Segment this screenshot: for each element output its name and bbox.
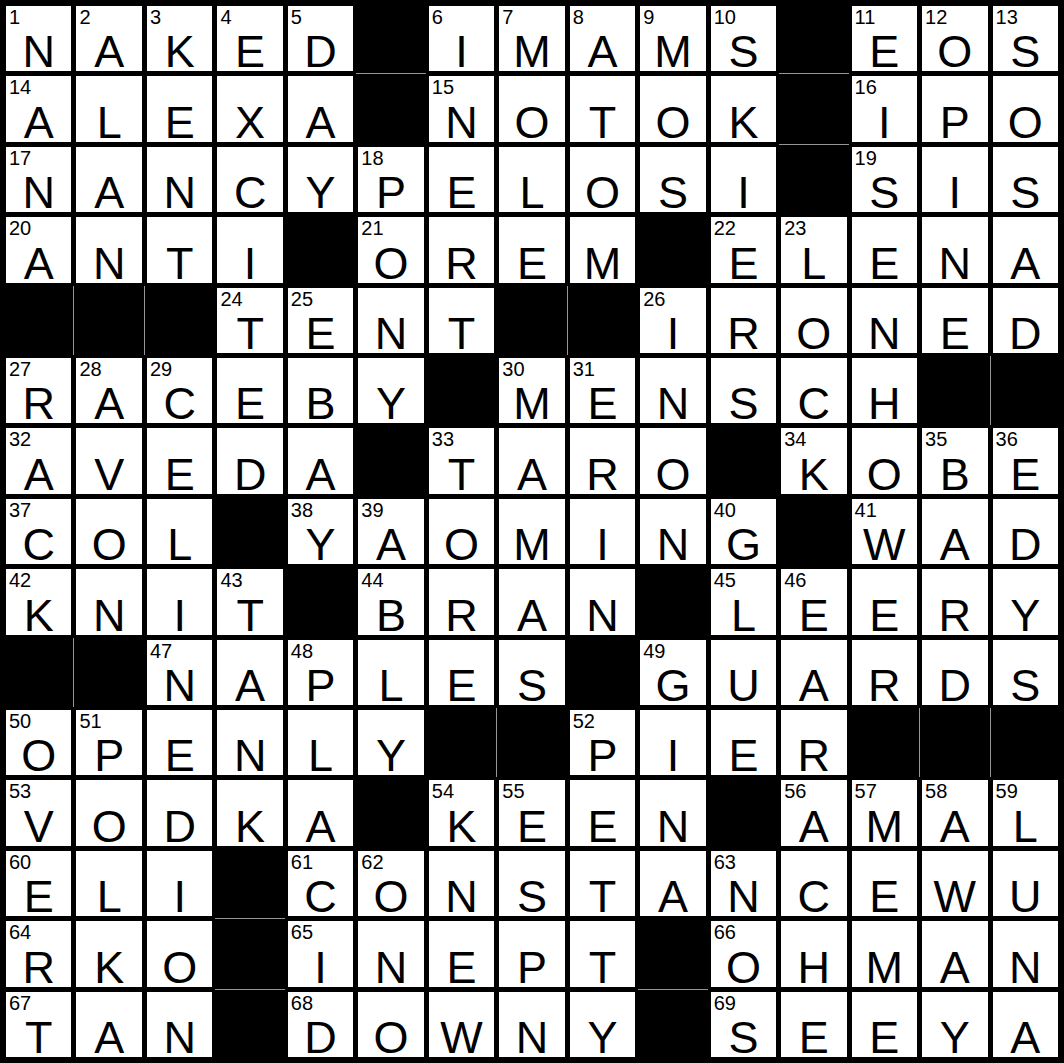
cell-r6c2[interactable]: 28A: [74, 356, 143, 425]
cell-r4c11[interactable]: 22E: [709, 215, 778, 284]
cell-r4c6[interactable]: 21O: [356, 215, 425, 284]
cell-r14c1[interactable]: 64R: [4, 919, 73, 988]
cell-r2c11[interactable]: K: [709, 74, 778, 143]
cell-r8c2[interactable]: O: [74, 497, 143, 566]
cell-letter: R: [429, 593, 494, 638]
cell-r6c6[interactable]: Y: [356, 356, 425, 425]
clue-number-10: 10: [714, 6, 736, 28]
cell-r5c14[interactable]: E: [920, 286, 989, 355]
cell-r12c4[interactable]: K: [215, 778, 284, 847]
cell-letter: O: [147, 945, 212, 990]
cell-r5c4[interactable]: 24T: [215, 286, 284, 355]
cell-r4c1[interactable]: 20A: [4, 215, 73, 284]
cell-r1c11[interactable]: 10S: [709, 4, 778, 73]
cell-r7c8[interactable]: A: [497, 426, 566, 495]
cell-r14c14[interactable]: A: [920, 919, 989, 988]
cell-r1c5[interactable]: 5D: [286, 4, 355, 73]
cell-letter: A: [288, 804, 353, 849]
black-cell-r7c6: [356, 426, 425, 495]
cell-letter: T: [429, 452, 494, 497]
cell-r7c3[interactable]: E: [145, 426, 214, 495]
cell-r6c5[interactable]: B: [286, 356, 355, 425]
black-cell-r9c5: [286, 567, 355, 636]
cell-letter: L: [358, 663, 423, 708]
cell-r11c4[interactable]: N: [215, 708, 284, 777]
cell-r9c9[interactable]: N: [568, 567, 637, 636]
cell-r12c8[interactable]: 55E: [497, 778, 566, 847]
cell-letter: O: [922, 29, 987, 74]
black-cell-r9c10: [638, 567, 707, 636]
cell-r9c4[interactable]: 43T: [215, 567, 284, 636]
cell-r2c15[interactable]: O: [991, 74, 1060, 143]
cell-r11c12[interactable]: R: [779, 708, 848, 777]
cell-r3c9[interactable]: O: [568, 145, 637, 214]
cell-letter: R: [781, 733, 846, 778]
cell-letter: G: [640, 663, 705, 708]
cell-letter: S: [993, 663, 1058, 708]
cell-letter: O: [358, 1015, 423, 1060]
cell-r9c12[interactable]: 46E: [779, 567, 848, 636]
cell-r13c10[interactable]: A: [638, 849, 707, 918]
cell-r10c6[interactable]: L: [356, 638, 425, 707]
cell-r15c15[interactable]: A: [991, 990, 1060, 1059]
cell-letter: P: [358, 170, 423, 215]
cell-r2c1[interactable]: 14A: [4, 74, 73, 143]
cell-r2c4[interactable]: X: [215, 74, 284, 143]
cell-r12c9[interactable]: E: [568, 778, 637, 847]
clue-number-38: 38: [291, 499, 313, 521]
cell-letter: N: [922, 241, 987, 286]
cell-r8c15[interactable]: D: [991, 497, 1060, 566]
cell-r15c2[interactable]: A: [74, 990, 143, 1059]
cell-letter: N: [429, 100, 494, 145]
cell-letter: N: [217, 733, 282, 778]
clue-number-60: 60: [9, 851, 31, 873]
cell-r8c14[interactable]: A: [920, 497, 989, 566]
cell-letter: E: [499, 241, 564, 286]
cell-r10c11[interactable]: U: [709, 638, 778, 707]
cell-r9c6[interactable]: 44B: [356, 567, 425, 636]
cell-r13c14[interactable]: W: [920, 849, 989, 918]
cell-r10c10[interactable]: 49G: [638, 638, 707, 707]
cell-r14c7[interactable]: E: [427, 919, 496, 988]
clue-number-68: 68: [291, 992, 313, 1014]
clue-number-27: 27: [9, 358, 31, 380]
cell-r2c2[interactable]: L: [74, 74, 143, 143]
cell-letter: S: [852, 170, 917, 215]
cell-letter: C: [781, 381, 846, 426]
cell-r13c12[interactable]: C: [779, 849, 848, 918]
cell-letter: A: [288, 452, 353, 497]
cell-r9c1[interactable]: 42K: [4, 567, 73, 636]
cell-r9c8[interactable]: A: [497, 567, 566, 636]
cell-r4c2[interactable]: N: [74, 215, 143, 284]
cell-r12c15[interactable]: 59L: [991, 778, 1060, 847]
cell-r1c13[interactable]: 11E: [850, 4, 919, 73]
cell-r15c8[interactable]: N: [497, 990, 566, 1059]
black-cell-r14c4: [215, 919, 284, 988]
cell-letter: C: [217, 170, 282, 215]
cell-r11c11[interactable]: E: [709, 708, 778, 777]
cell-letter: O: [640, 100, 705, 145]
cell-r3c3[interactable]: N: [145, 145, 214, 214]
cell-r15c12[interactable]: E: [779, 990, 848, 1059]
cell-r1c3[interactable]: 3K: [145, 4, 214, 73]
cell-r14c8[interactable]: P: [497, 919, 566, 988]
cell-r4c3[interactable]: T: [145, 215, 214, 284]
cell-r10c15[interactable]: S: [991, 638, 1060, 707]
cell-letter: C: [6, 522, 71, 567]
cell-r2c8[interactable]: O: [497, 74, 566, 143]
cell-letter: E: [711, 733, 776, 778]
clue-number-17: 17: [9, 147, 31, 169]
cell-r7c1[interactable]: 32A: [4, 426, 73, 495]
cell-letter: B: [922, 452, 987, 497]
cell-r8c13[interactable]: 41W: [850, 497, 919, 566]
cell-r4c8[interactable]: E: [497, 215, 566, 284]
cell-r10c3[interactable]: 47N: [145, 638, 214, 707]
cell-r3c13[interactable]: 19S: [850, 145, 919, 214]
cell-r12c1[interactable]: 53V: [4, 778, 73, 847]
cell-letter: E: [711, 241, 776, 286]
cell-r6c9[interactable]: 31E: [568, 356, 637, 425]
cell-letter: S: [993, 170, 1058, 215]
cell-r6c11[interactable]: S: [709, 356, 778, 425]
cell-r2c3[interactable]: E: [145, 74, 214, 143]
cell-r9c14[interactable]: R: [920, 567, 989, 636]
clue-number-39: 39: [361, 499, 383, 521]
cell-letter: O: [358, 874, 423, 919]
cell-r1c2[interactable]: 2A: [74, 4, 143, 73]
cell-r3c15[interactable]: S: [991, 145, 1060, 214]
black-cell-r15c10: [638, 990, 707, 1059]
cell-r13c3[interactable]: I: [145, 849, 214, 918]
clue-number-4: 4: [220, 6, 231, 28]
cell-r2c10[interactable]: O: [638, 74, 707, 143]
cell-r4c12[interactable]: 23L: [779, 215, 848, 284]
cell-r3c6[interactable]: 18P: [356, 145, 425, 214]
cell-r3c4[interactable]: C: [215, 145, 284, 214]
cell-letter: W: [429, 1015, 494, 1060]
cell-letter: N: [852, 311, 917, 356]
cell-letter: N: [6, 170, 71, 215]
cell-r7c5[interactable]: A: [286, 426, 355, 495]
cell-r5c12[interactable]: O: [779, 286, 848, 355]
black-cell-r1c6: [356, 4, 425, 73]
cell-r9c7[interactable]: R: [427, 567, 496, 636]
cell-r14c15[interactable]: N: [991, 919, 1060, 988]
clue-number-55: 55: [502, 780, 524, 802]
cell-letter: V: [76, 452, 141, 497]
cell-r1c1[interactable]: 1N: [4, 4, 73, 73]
clue-number-52: 52: [573, 710, 595, 732]
cell-r12c5[interactable]: A: [286, 778, 355, 847]
clue-number-67: 67: [9, 992, 31, 1014]
cell-r7c2[interactable]: V: [74, 426, 143, 495]
cell-r1c9[interactable]: 8A: [568, 4, 637, 73]
cell-r7c7[interactable]: 33T: [427, 426, 496, 495]
cell-r15c9[interactable]: Y: [568, 990, 637, 1059]
cell-r1c8[interactable]: 7M: [497, 4, 566, 73]
cell-r3c11[interactable]: I: [709, 145, 778, 214]
cell-letter: C: [781, 874, 846, 919]
cell-r7c14[interactable]: 35B: [920, 426, 989, 495]
cell-r8c11[interactable]: 40G: [709, 497, 778, 566]
cell-r3c7[interactable]: E: [427, 145, 496, 214]
clue-number-6: 6: [432, 6, 443, 28]
cell-letter: N: [147, 663, 212, 708]
cell-r13c11[interactable]: 63N: [709, 849, 778, 918]
cell-r15c6[interactable]: O: [356, 990, 425, 1059]
cell-r4c14[interactable]: N: [920, 215, 989, 284]
cell-r14c11[interactable]: 66O: [709, 919, 778, 988]
cell-r5c13[interactable]: N: [850, 286, 919, 355]
cell-letter: N: [147, 1015, 212, 1060]
cell-letter: O: [711, 945, 776, 990]
cell-letter: R: [711, 311, 776, 356]
cell-letter: N: [640, 381, 705, 426]
cell-r3c2[interactable]: A: [74, 145, 143, 214]
cell-r2c14[interactable]: P: [920, 74, 989, 143]
cell-r8c3[interactable]: L: [145, 497, 214, 566]
cell-r5c15[interactable]: D: [991, 286, 1060, 355]
cell-r11c10[interactable]: I: [638, 708, 707, 777]
cell-r14c9[interactable]: T: [568, 919, 637, 988]
cell-r12c10[interactable]: N: [638, 778, 707, 847]
cell-letter: G: [711, 522, 776, 567]
black-cell-r8c4: [215, 497, 284, 566]
cell-r2c9[interactable]: T: [568, 74, 637, 143]
cell-r13c15[interactable]: U: [991, 849, 1060, 918]
clue-number-53: 53: [9, 780, 31, 802]
cell-r13c9[interactable]: T: [568, 849, 637, 918]
cell-r8c5[interactable]: 38Y: [286, 497, 355, 566]
cell-r1c7[interactable]: 6I: [427, 4, 496, 73]
cell-r3c5[interactable]: Y: [286, 145, 355, 214]
cell-r5c5[interactable]: 25E: [286, 286, 355, 355]
cell-r10c5[interactable]: 48P: [286, 638, 355, 707]
clue-number-69: 69: [714, 992, 736, 1014]
clue-number-66: 66: [714, 921, 736, 943]
cell-r6c12[interactable]: C: [779, 356, 848, 425]
cell-r1c4[interactable]: 4E: [215, 4, 284, 73]
cell-r13c6[interactable]: 62O: [356, 849, 425, 918]
cell-r12c7[interactable]: 54K: [427, 778, 496, 847]
cell-r5c7[interactable]: T: [427, 286, 496, 355]
cell-r10c14[interactable]: D: [920, 638, 989, 707]
cell-letter: Y: [993, 593, 1058, 638]
cell-letter: A: [499, 452, 564, 497]
cell-r4c15[interactable]: A: [991, 215, 1060, 284]
cell-letter: E: [147, 452, 212, 497]
cell-r7c13[interactable]: O: [850, 426, 919, 495]
cell-r2c5[interactable]: A: [286, 74, 355, 143]
cell-r3c8[interactable]: L: [497, 145, 566, 214]
black-cell-r11c15: [991, 708, 1060, 777]
cell-r12c13[interactable]: 57M: [850, 778, 919, 847]
cell-r12c12[interactable]: 56A: [779, 778, 848, 847]
cell-r4c4[interactable]: I: [215, 215, 284, 284]
cell-r15c5[interactable]: 68D: [286, 990, 355, 1059]
cell-r7c9[interactable]: R: [568, 426, 637, 495]
cell-letter: N: [993, 945, 1058, 990]
cell-r1c15[interactable]: 13S: [991, 4, 1060, 73]
cell-r6c13[interactable]: H: [850, 356, 919, 425]
cell-letter: V: [6, 804, 71, 849]
clue-number-14: 14: [9, 76, 31, 98]
cell-r4c13[interactable]: E: [850, 215, 919, 284]
cell-r5c10[interactable]: 26I: [638, 286, 707, 355]
cell-r11c3[interactable]: E: [145, 708, 214, 777]
cell-r15c14[interactable]: Y: [920, 990, 989, 1059]
cell-letter: O: [993, 100, 1058, 145]
cell-letter: B: [358, 593, 423, 638]
cell-r10c7[interactable]: E: [427, 638, 496, 707]
cell-letter: I: [147, 593, 212, 638]
cell-r14c13[interactable]: M: [850, 919, 919, 988]
cell-r1c10[interactable]: 9M: [638, 4, 707, 73]
cell-r9c11[interactable]: 45L: [709, 567, 778, 636]
cell-r10c13[interactable]: R: [850, 638, 919, 707]
cell-letter: E: [922, 311, 987, 356]
cell-r14c6[interactable]: N: [356, 919, 425, 988]
cell-r8c1[interactable]: 37C: [4, 497, 73, 566]
cell-r13c2[interactable]: L: [74, 849, 143, 918]
cell-r11c5[interactable]: L: [286, 708, 355, 777]
cell-r6c1[interactable]: 27R: [4, 356, 73, 425]
clue-number-54: 54: [432, 780, 454, 802]
cell-r9c3[interactable]: I: [145, 567, 214, 636]
cell-r14c5[interactable]: 65I: [286, 919, 355, 988]
cell-r4c7[interactable]: R: [427, 215, 496, 284]
cell-r3c1[interactable]: 17N: [4, 145, 73, 214]
cell-r3c14[interactable]: I: [920, 145, 989, 214]
cell-r13c7[interactable]: N: [427, 849, 496, 918]
cell-letter: A: [76, 381, 141, 426]
cell-r14c12[interactable]: H: [779, 919, 848, 988]
cell-r8c8[interactable]: M: [497, 497, 566, 566]
cell-letter: A: [922, 945, 987, 990]
cell-letter: E: [852, 874, 917, 919]
clue-number-25: 25: [291, 288, 313, 310]
cell-letter: I: [288, 945, 353, 990]
clue-number-16: 16: [855, 76, 877, 98]
cell-r10c4[interactable]: A: [215, 638, 284, 707]
cell-r7c15[interactable]: 36E: [991, 426, 1060, 495]
cell-r12c3[interactable]: D: [145, 778, 214, 847]
clue-number-21: 21: [361, 217, 383, 239]
cell-r11c2[interactable]: 51P: [74, 708, 143, 777]
cell-letter: K: [781, 452, 846, 497]
cell-r4c9[interactable]: M: [568, 215, 637, 284]
cell-letter: D: [288, 29, 353, 74]
cell-r8c9[interactable]: I: [568, 497, 637, 566]
cell-r8c7[interactable]: O: [427, 497, 496, 566]
cell-r11c1[interactable]: 50O: [4, 708, 73, 777]
cell-r11c9[interactable]: 52P: [568, 708, 637, 777]
black-cell-r15c4: [215, 990, 284, 1059]
cell-letter: A: [358, 522, 423, 567]
cell-r5c11[interactable]: R: [709, 286, 778, 355]
black-cell-r7c11: [709, 426, 778, 495]
cell-r2c7[interactable]: 15N: [427, 74, 496, 143]
cell-letter: L: [76, 100, 141, 145]
cell-letter: K: [76, 945, 141, 990]
clue-number-61: 61: [291, 851, 313, 873]
cell-r8c6[interactable]: 39A: [356, 497, 425, 566]
cell-r6c8[interactable]: 30M: [497, 356, 566, 425]
cell-letter: E: [570, 804, 635, 849]
cell-r5c6[interactable]: N: [356, 286, 425, 355]
cell-r6c10[interactable]: N: [638, 356, 707, 425]
cell-r15c1[interactable]: 67T: [4, 990, 73, 1059]
cell-r2c13[interactable]: 16I: [850, 74, 919, 143]
black-cell-r5c9: [568, 286, 637, 355]
cell-letter: D: [147, 804, 212, 849]
cell-r9c15[interactable]: Y: [991, 567, 1060, 636]
cell-letter: O: [499, 100, 564, 145]
cell-r7c10[interactable]: O: [638, 426, 707, 495]
cell-letter: X: [217, 100, 282, 145]
cell-r15c11[interactable]: 69S: [709, 990, 778, 1059]
cell-letter: O: [570, 170, 635, 215]
cell-letter: N: [711, 874, 776, 919]
cell-letter: A: [993, 241, 1058, 286]
cell-letter: E: [6, 874, 71, 919]
cell-r10c12[interactable]: A: [779, 638, 848, 707]
cell-letter: W: [922, 874, 987, 919]
cell-r10c8[interactable]: S: [497, 638, 566, 707]
cell-r1c14[interactable]: 12O: [920, 4, 989, 73]
cell-r7c4[interactable]: D: [215, 426, 284, 495]
cell-r13c8[interactable]: S: [497, 849, 566, 918]
cell-r13c5[interactable]: 61C: [286, 849, 355, 918]
cell-letter: O: [6, 733, 71, 778]
cell-r15c13[interactable]: E: [850, 990, 919, 1059]
clue-number-2: 2: [79, 6, 90, 28]
cell-r12c14[interactable]: 58A: [920, 778, 989, 847]
cell-r14c2[interactable]: K: [74, 919, 143, 988]
cell-r14c3[interactable]: O: [145, 919, 214, 988]
black-cell-r6c15: [991, 356, 1060, 425]
cell-r15c7[interactable]: W: [427, 990, 496, 1059]
cell-letter: A: [76, 170, 141, 215]
cell-letter: A: [76, 29, 141, 74]
cell-r13c13[interactable]: E: [850, 849, 919, 918]
cell-letter: R: [6, 381, 71, 426]
black-cell-r14c10: [638, 919, 707, 988]
cell-r6c3[interactable]: 29C: [145, 356, 214, 425]
black-cell-r11c13: [850, 708, 919, 777]
cell-letter: C: [288, 874, 353, 919]
cell-letter: K: [6, 593, 71, 638]
cell-r13c1[interactable]: 60E: [4, 849, 73, 918]
cell-r9c13[interactable]: E: [850, 567, 919, 636]
cell-r11c6[interactable]: Y: [356, 708, 425, 777]
clue-number-43: 43: [220, 569, 242, 591]
cell-r8c10[interactable]: N: [638, 497, 707, 566]
cell-r3c10[interactable]: S: [638, 145, 707, 214]
cell-r12c2[interactable]: O: [74, 778, 143, 847]
cell-letter: O: [640, 452, 705, 497]
cell-letter: O: [429, 522, 494, 567]
clue-number-58: 58: [925, 780, 947, 802]
cell-r15c3[interactable]: N: [145, 990, 214, 1059]
cell-r7c12[interactable]: 34K: [779, 426, 848, 495]
cell-r9c2[interactable]: N: [74, 567, 143, 636]
cell-r6c4[interactable]: E: [215, 356, 284, 425]
cell-letter: D: [993, 522, 1058, 567]
